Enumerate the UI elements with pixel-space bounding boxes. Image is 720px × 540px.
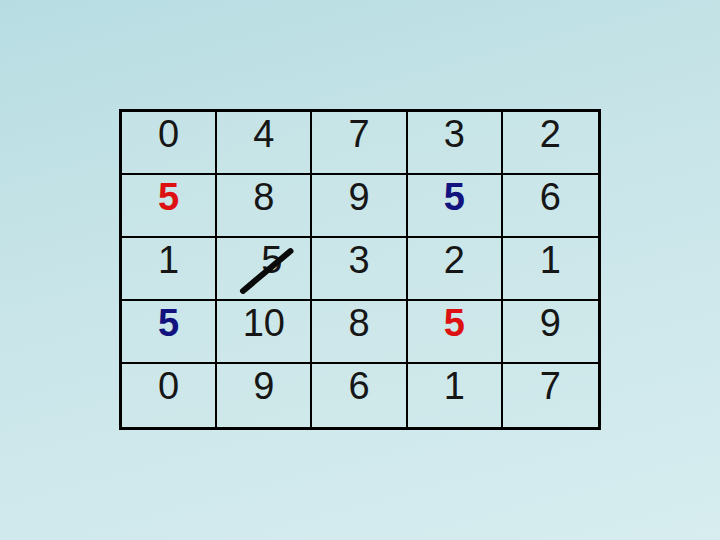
grid-cell-r1c3: 7	[312, 112, 407, 175]
grid-cell-r2c1: 5	[122, 175, 217, 238]
cell-number: 6	[348, 367, 369, 407]
cell-number: 5	[444, 178, 465, 218]
cell-number: 8	[253, 178, 274, 218]
cell-number: 1	[444, 367, 465, 407]
cell-number: 5	[261, 241, 282, 281]
grid-cell-r4c4: 5	[408, 301, 503, 364]
cell-number: 9	[540, 304, 561, 344]
cell-number: 7	[348, 115, 369, 155]
cell-number: 5	[444, 304, 465, 344]
cell-number: 2	[540, 115, 561, 155]
cell-number: 5	[158, 304, 179, 344]
number-grid: 04732589561532151085909617	[119, 109, 601, 430]
cell-number: 0	[158, 367, 179, 407]
cell-number: 4	[253, 115, 274, 155]
grid-cell-r4c3: 8	[312, 301, 407, 364]
slide-background: 04732589561532151085909617	[0, 0, 720, 540]
grid-cell-r1c4: 3	[408, 112, 503, 175]
cell-number: 2	[444, 241, 465, 281]
grid-cell-r5c3: 6	[312, 364, 407, 427]
grid-cell-r3c4: 2	[408, 238, 503, 301]
grid-cell-r5c1: 0	[122, 364, 217, 427]
grid-cell-r3c5: 1	[503, 238, 598, 301]
grid-cell-r3c1: 1	[122, 238, 217, 301]
grid-cell-r1c5: 2	[503, 112, 598, 175]
grid-cell-r3c2: 5	[217, 238, 312, 301]
cell-number: 3	[444, 115, 465, 155]
grid-cell-r5c4: 1	[408, 364, 503, 427]
cell-number: 0	[158, 115, 179, 155]
grid-cell-r1c1: 0	[122, 112, 217, 175]
cell-number: 3	[348, 241, 369, 281]
grid-cell-r4c2: 10	[217, 301, 312, 364]
grid-cell-r3c3: 3	[312, 238, 407, 301]
grid-cell-r4c1: 5	[122, 301, 217, 364]
grid-cell-r2c5: 6	[503, 175, 598, 238]
grid-cell-r2c4: 5	[408, 175, 503, 238]
grid-cell-r1c2: 4	[217, 112, 312, 175]
cell-number: 10	[243, 304, 285, 344]
cell-number: 1	[540, 241, 561, 281]
grid-cell-r4c5: 9	[503, 301, 598, 364]
cell-number: 9	[348, 178, 369, 218]
cell-number: 5	[158, 178, 179, 218]
cell-number: 6	[540, 178, 561, 218]
grid-cell-r2c3: 9	[312, 175, 407, 238]
grid-cell-r2c2: 8	[217, 175, 312, 238]
grid-cell-r5c2: 9	[217, 364, 312, 427]
cell-number: 9	[253, 367, 274, 407]
cell-number: 1	[158, 241, 179, 281]
grid-cell-r5c5: 7	[503, 364, 598, 427]
cell-number: 8	[348, 304, 369, 344]
cell-number: 7	[540, 367, 561, 407]
